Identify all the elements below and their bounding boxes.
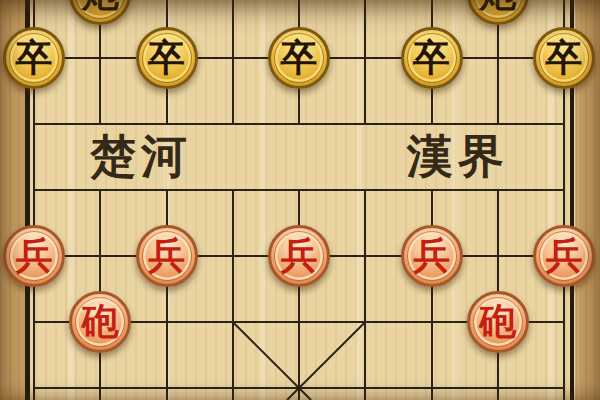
piece-character: 炮 — [82, 0, 119, 12]
piece-character: 兵 — [148, 237, 185, 274]
piece-character: 卒 — [16, 39, 53, 76]
red-soldier-piece[interactable]: 兵 — [268, 225, 330, 287]
piece-character: 砲 — [82, 303, 119, 340]
river-label-chu-he: 楚河 — [90, 133, 192, 181]
piece-face: 兵 — [9, 231, 59, 281]
red-soldier-piece[interactable]: 兵 — [3, 225, 65, 287]
piece-character: 兵 — [16, 237, 53, 274]
black-soldier-piece[interactable]: 卒 — [3, 27, 65, 89]
red-soldier-piece[interactable]: 兵 — [136, 225, 198, 287]
piece-face: 卒 — [407, 33, 457, 83]
piece-face: 兵 — [274, 231, 324, 281]
piece-character: 卒 — [148, 39, 185, 76]
piece-character: 砲 — [479, 303, 516, 340]
piece-face: 兵 — [539, 231, 589, 281]
red-soldier-piece[interactable]: 兵 — [533, 225, 595, 287]
black-soldier-piece[interactable]: 卒 — [401, 27, 463, 89]
piece-character: 兵 — [413, 237, 450, 274]
piece-character: 炮 — [479, 0, 516, 12]
piece-face: 砲 — [473, 297, 523, 347]
piece-character: 卒 — [546, 39, 583, 76]
xiangqi-board: 楚河 漢界 炮炮卒卒卒卒卒兵兵兵兵兵砲砲 — [0, 0, 600, 400]
black-soldier-piece[interactable]: 卒 — [268, 27, 330, 89]
piece-face: 卒 — [142, 33, 192, 83]
black-soldier-piece[interactable]: 卒 — [533, 27, 595, 89]
piece-face: 兵 — [142, 231, 192, 281]
piece-face: 卒 — [274, 33, 324, 83]
piece-character: 兵 — [281, 237, 318, 274]
red-cannon-piece[interactable]: 砲 — [69, 291, 131, 353]
piece-face: 兵 — [407, 231, 457, 281]
piece-character: 卒 — [413, 39, 450, 76]
red-cannon-piece[interactable]: 砲 — [467, 291, 529, 353]
piece-character: 卒 — [281, 39, 318, 76]
piece-character: 兵 — [546, 237, 583, 274]
red-soldier-piece[interactable]: 兵 — [401, 225, 463, 287]
piece-face: 炮 — [75, 0, 125, 19]
river-label-han-jie: 漢界 — [407, 133, 509, 181]
palace-diagonal — [287, 322, 365, 400]
black-soldier-piece[interactable]: 卒 — [136, 27, 198, 89]
piece-face: 炮 — [473, 0, 523, 19]
piece-face: 卒 — [9, 33, 59, 83]
piece-face: 卒 — [539, 33, 589, 83]
piece-face: 砲 — [75, 297, 125, 347]
